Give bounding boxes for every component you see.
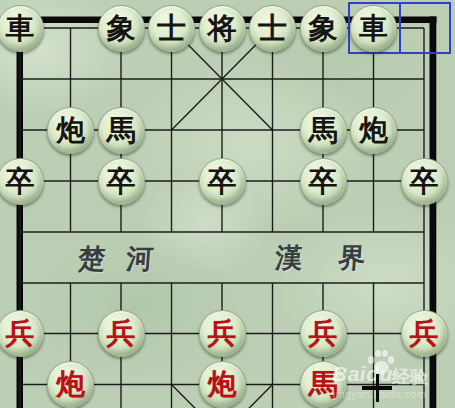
piece-black-f2r3[interactable]: 炮 xyxy=(47,107,94,154)
piece-black-f5r1[interactable]: 将 xyxy=(199,5,246,52)
piece-black-f3r3[interactable]: 馬 xyxy=(98,107,145,154)
piece-black-f3r1[interactable]: 象 xyxy=(98,5,145,52)
river-label-he: 河 xyxy=(125,241,155,277)
piece-black-f9r4[interactable]: 卒 xyxy=(401,158,448,205)
river-label-han: 漢 xyxy=(274,240,304,276)
piece-black-f8r3[interactable]: 炮 xyxy=(350,107,397,154)
piece-red-f5r7[interactable]: 兵 xyxy=(199,310,246,357)
watermark-brand: Baidu xyxy=(332,362,393,386)
piece-red-f5r8[interactable]: 炮 xyxy=(199,361,246,408)
piece-black-f1r1[interactable]: 車 xyxy=(0,5,44,52)
piece-black-f4r1[interactable]: 士 xyxy=(148,5,195,52)
piece-red-f1r7[interactable]: 兵 xyxy=(0,310,44,357)
river-label-jie: 界 xyxy=(337,240,367,276)
piece-black-f8r1[interactable]: 車 xyxy=(350,5,397,52)
river-label-chu: 楚 xyxy=(77,241,107,277)
baidu-watermark: Baidu 经验 jingyan.baidu.com xyxy=(331,349,453,403)
watermark-url: jingyan.baidu.com xyxy=(333,388,426,400)
piece-black-f5r4[interactable]: 卒 xyxy=(199,158,246,205)
piece-black-f7r1[interactable]: 象 xyxy=(300,5,347,52)
last-move-highlight-divider xyxy=(399,4,401,52)
piece-red-f2r8[interactable]: 炮 xyxy=(47,361,94,408)
piece-red-f3r7[interactable]: 兵 xyxy=(98,310,145,357)
watermark-brand-cn: 经验 xyxy=(392,365,428,389)
xiangqi-board[interactable]: 楚 河 漢 界 車象士将士象車炮馬馬炮卒卒卒卒卒兵兵兵兵兵炮炮馬 Baidu 经… xyxy=(0,0,455,408)
piece-black-f6r1[interactable]: 士 xyxy=(249,5,296,52)
piece-black-f7r4[interactable]: 卒 xyxy=(300,158,347,205)
piece-black-f3r4[interactable]: 卒 xyxy=(98,158,145,205)
piece-black-f1r4[interactable]: 卒 xyxy=(0,158,44,205)
piece-black-f7r3[interactable]: 馬 xyxy=(300,107,347,154)
